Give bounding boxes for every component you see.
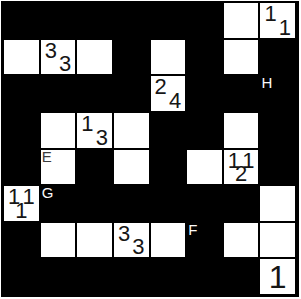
cell-r7c5[interactable]	[187, 259, 222, 294]
cell-r2c4[interactable]: 24	[151, 76, 186, 111]
cell-r4c1[interactable]: E	[41, 150, 76, 185]
cell-r5c7[interactable]	[260, 186, 295, 221]
cell-r7c3[interactable]	[114, 259, 149, 294]
cell-r1c0[interactable]	[4, 40, 39, 75]
cell-r5c4[interactable]	[151, 186, 186, 221]
cell-r4c3[interactable]	[114, 150, 149, 185]
clue-number: 2	[235, 163, 247, 185]
cell-r1c2[interactable]	[77, 40, 112, 75]
cell-r5c6[interactable]	[224, 186, 259, 221]
cell-r2c5[interactable]	[187, 76, 222, 111]
clue-number: 2	[155, 76, 167, 98]
cell-r4c4[interactable]	[151, 150, 186, 185]
cell-r7c2[interactable]	[77, 259, 112, 294]
cell-r1c5[interactable]	[187, 40, 222, 75]
clue-number: 1	[279, 17, 291, 39]
cell-r6c6[interactable]	[224, 223, 259, 258]
cell-r2c7[interactable]: H	[260, 76, 295, 111]
cell-r3c5[interactable]	[187, 113, 222, 148]
cell-r5c0[interactable]: 111	[4, 186, 39, 221]
clue-number: 1	[81, 113, 93, 135]
cell-r6c7[interactable]	[260, 223, 295, 258]
clue-number: 1	[264, 3, 276, 25]
clue-number: 1	[15, 200, 27, 222]
cell-r1c1[interactable]: 33	[41, 40, 76, 75]
clue-number: 3	[118, 223, 130, 245]
cell-r4c5[interactable]	[187, 150, 222, 185]
cell-r6c4[interactable]	[151, 223, 186, 258]
cell-r3c0[interactable]	[4, 113, 39, 148]
cell-letter: F	[188, 222, 197, 237]
cell-r4c0[interactable]	[4, 150, 39, 185]
clue-number: 3	[132, 236, 144, 258]
cell-r3c4[interactable]	[151, 113, 186, 148]
cell-r1c6[interactable]	[224, 40, 259, 75]
cell-r2c2[interactable]	[77, 76, 112, 111]
clue-number: 3	[45, 40, 57, 62]
cell-r5c5[interactable]	[187, 186, 222, 221]
cell-r0c6[interactable]	[224, 3, 259, 38]
cell-r7c1[interactable]	[41, 259, 76, 294]
cell-r0c2[interactable]	[77, 3, 112, 38]
cell-r7c4[interactable]	[151, 259, 186, 294]
cell-r0c4[interactable]	[151, 3, 186, 38]
cell-r3c2[interactable]: 13	[77, 113, 112, 148]
cell-r2c0[interactable]	[4, 76, 39, 111]
cell-r5c3[interactable]	[114, 186, 149, 221]
cell-r5c2[interactable]	[77, 186, 112, 221]
cell-r4c6[interactable]: 112	[224, 150, 259, 185]
cell-r6c3[interactable]: 33	[114, 223, 149, 258]
cell-r5c1[interactable]: G	[41, 186, 76, 221]
cell-r0c7[interactable]: 11	[260, 3, 295, 38]
cell-r2c3[interactable]	[114, 76, 149, 111]
cell-r4c2[interactable]	[77, 150, 112, 185]
clue-number: 3	[59, 53, 71, 75]
cell-r1c3[interactable]	[114, 40, 149, 75]
cell-r6c1[interactable]	[41, 223, 76, 258]
clue-number: 3	[96, 127, 108, 149]
cell-r4c7[interactable]	[260, 150, 295, 185]
cell-r2c1[interactable]	[41, 76, 76, 111]
cell-r0c1[interactable]	[41, 3, 76, 38]
cell-r1c4[interactable]	[151, 40, 186, 75]
cell-r3c1[interactable]	[41, 113, 76, 148]
cell-r0c5[interactable]	[187, 3, 222, 38]
cell-r0c3[interactable]	[114, 3, 149, 38]
cell-letter: H	[261, 75, 272, 90]
cell-r2c6[interactable]	[224, 76, 259, 111]
cell-r7c7[interactable]: 1	[260, 259, 295, 294]
puzzle-board: 113324H13E112111G33F1	[1, 1, 299, 297]
cell-letter: G	[42, 185, 54, 200]
cell-letter: E	[42, 149, 52, 164]
cell-r6c2[interactable]	[77, 223, 112, 258]
cell-r7c6[interactable]	[224, 259, 259, 294]
cell-r3c3[interactable]	[114, 113, 149, 148]
cell-r1c7[interactable]	[260, 40, 295, 75]
cell-r0c0[interactable]	[4, 3, 39, 38]
cell-r6c5[interactable]: F	[187, 223, 222, 258]
cell-r7c0[interactable]	[4, 259, 39, 294]
cell-r3c7[interactable]	[260, 113, 295, 148]
cell-r6c0[interactable]	[4, 223, 39, 258]
cell-r3c6[interactable]	[224, 113, 259, 148]
clue-number: 1	[269, 261, 287, 293]
clue-number: 4	[169, 90, 181, 112]
